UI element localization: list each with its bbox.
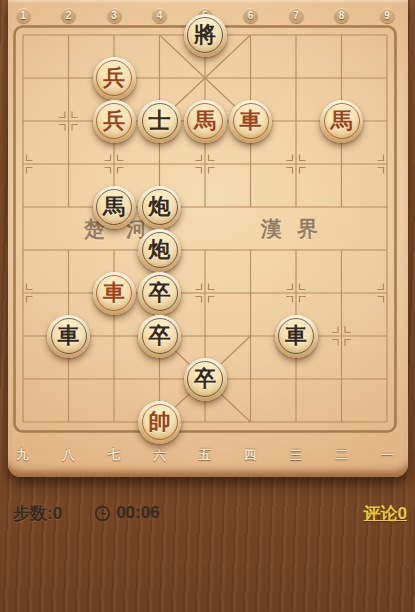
piece-black[interactable]: 卒 bbox=[138, 272, 181, 315]
piece-character: 兵 bbox=[93, 100, 136, 143]
file-label-bottom: 七 bbox=[105, 447, 123, 464]
move-counter: 步数:0 bbox=[13, 502, 62, 525]
piece-red[interactable]: 兵 bbox=[93, 100, 136, 143]
piece-black[interactable]: 車 bbox=[275, 315, 318, 358]
piece-red[interactable]: 車 bbox=[93, 272, 136, 315]
piece-character: 炮 bbox=[138, 229, 181, 272]
piece-character: 車 bbox=[275, 315, 318, 358]
file-label-bottom: 三 bbox=[287, 447, 305, 464]
piece-character: 馬 bbox=[93, 186, 136, 229]
piece-character: 帥 bbox=[138, 401, 181, 444]
piece-character: 炮 bbox=[138, 186, 181, 229]
file-label-bottom: 九 bbox=[14, 447, 32, 464]
piece-red[interactable]: 帥 bbox=[138, 401, 181, 444]
piece-red[interactable]: 馬 bbox=[184, 100, 227, 143]
piece-red[interactable]: 車 bbox=[229, 100, 272, 143]
piece-black[interactable]: 炮 bbox=[138, 186, 181, 229]
piece-character: 將 bbox=[184, 14, 227, 57]
piece-character: 馬 bbox=[320, 100, 363, 143]
file-label-top: 6 bbox=[243, 8, 258, 23]
piece-red[interactable]: 兵 bbox=[93, 57, 136, 100]
piece-character: 卒 bbox=[138, 315, 181, 358]
file-label-bottom: 四 bbox=[242, 447, 260, 464]
file-label-bottom: 二 bbox=[333, 447, 351, 464]
timer-group: 00:06 bbox=[94, 503, 159, 523]
piece-black[interactable]: 炮 bbox=[138, 229, 181, 272]
piece-black[interactable]: 將 bbox=[184, 14, 227, 57]
file-label-bottom: 六 bbox=[151, 447, 169, 464]
piece-black[interactable]: 卒 bbox=[184, 358, 227, 401]
piece-character: 車 bbox=[47, 315, 90, 358]
comments-link[interactable]: 评论0 bbox=[364, 502, 407, 525]
file-label-top: 3 bbox=[107, 8, 122, 23]
piece-black[interactable]: 士 bbox=[138, 100, 181, 143]
piece-character: 士 bbox=[138, 100, 181, 143]
piece-black[interactable]: 車 bbox=[47, 315, 90, 358]
app-screen: 楚河 漢界 123456789九八七六五四三二一將兵兵士馬車馬馬炮炮車卒車卒車卒… bbox=[0, 0, 415, 612]
board-grid bbox=[8, 0, 408, 477]
piece-character: 卒 bbox=[184, 358, 227, 401]
file-label-bottom: 八 bbox=[60, 447, 78, 464]
file-label-top: 8 bbox=[334, 8, 349, 23]
clock-icon bbox=[94, 505, 111, 522]
piece-character: 兵 bbox=[93, 57, 136, 100]
file-label-top: 2 bbox=[61, 8, 76, 23]
piece-red[interactable]: 馬 bbox=[320, 100, 363, 143]
timer: 00:06 bbox=[116, 503, 159, 523]
file-label-bottom: 五 bbox=[196, 447, 214, 464]
status-bar: 步数:0 00:06 评论0 bbox=[13, 501, 407, 525]
file-label-bottom: 一 bbox=[378, 447, 396, 464]
file-label-top: 7 bbox=[289, 8, 304, 23]
file-label-top: 9 bbox=[380, 8, 395, 23]
river-label-right: 漢界 bbox=[261, 215, 333, 243]
file-label-top: 4 bbox=[152, 8, 167, 23]
piece-character: 車 bbox=[93, 272, 136, 315]
piece-character: 馬 bbox=[184, 100, 227, 143]
piece-character: 卒 bbox=[138, 272, 181, 315]
file-label-top: 1 bbox=[16, 8, 31, 23]
piece-black[interactable]: 卒 bbox=[138, 315, 181, 358]
xiangqi-board[interactable]: 楚河 漢界 123456789九八七六五四三二一將兵兵士馬車馬馬炮炮車卒車卒車卒… bbox=[8, 0, 408, 477]
piece-character: 車 bbox=[229, 100, 272, 143]
piece-black[interactable]: 馬 bbox=[93, 186, 136, 229]
